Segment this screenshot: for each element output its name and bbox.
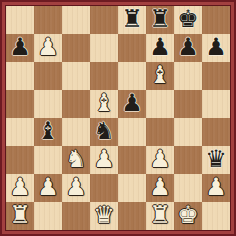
square-d8[interactable] xyxy=(90,6,118,34)
square-a2[interactable]: ♟ xyxy=(6,174,34,202)
square-f1[interactable]: ♜ xyxy=(146,202,174,230)
square-g7[interactable]: ♟ xyxy=(174,34,202,62)
square-b6[interactable] xyxy=(34,62,62,90)
piece-white-pawn: ♟ xyxy=(149,145,171,173)
square-h3[interactable]: ♛ xyxy=(202,146,230,174)
piece-white-pawn: ♟ xyxy=(93,145,115,173)
square-f4[interactable] xyxy=(146,118,174,146)
square-g8[interactable]: ♚ xyxy=(174,6,202,34)
piece-white-pawn: ♟ xyxy=(37,173,59,201)
square-h4[interactable] xyxy=(202,118,230,146)
piece-black-rook: ♜ xyxy=(121,5,143,33)
square-b7[interactable]: ♟ xyxy=(34,34,62,62)
square-d4[interactable]: ♞ xyxy=(90,118,118,146)
piece-black-pawn: ♟ xyxy=(205,33,227,61)
square-a8[interactable] xyxy=(6,6,34,34)
piece-black-king: ♚ xyxy=(177,5,199,33)
piece-white-king: ♚ xyxy=(177,201,199,229)
square-g4[interactable] xyxy=(174,118,202,146)
square-h8[interactable] xyxy=(202,6,230,34)
square-c2[interactable]: ♟ xyxy=(62,174,90,202)
chess-board-frame: ♜♜♚♟♟♟♟♟♝♝♟♝♞♞♟♟♛♟♟♟♟♟♜♛♜♚ xyxy=(0,0,236,236)
piece-black-pawn: ♟ xyxy=(177,33,199,61)
square-g6[interactable] xyxy=(174,62,202,90)
square-a1[interactable]: ♜ xyxy=(6,202,34,230)
square-c1[interactable] xyxy=(62,202,90,230)
square-d2[interactable] xyxy=(90,174,118,202)
square-d1[interactable]: ♛ xyxy=(90,202,118,230)
square-e6[interactable] xyxy=(118,62,146,90)
square-b8[interactable] xyxy=(34,6,62,34)
piece-white-pawn: ♟ xyxy=(37,33,59,61)
piece-black-rook: ♜ xyxy=(149,5,171,33)
square-c4[interactable] xyxy=(62,118,90,146)
square-e2[interactable] xyxy=(118,174,146,202)
square-c6[interactable] xyxy=(62,62,90,90)
square-f5[interactable] xyxy=(146,90,174,118)
piece-black-pawn: ♟ xyxy=(121,89,143,117)
square-a5[interactable] xyxy=(6,90,34,118)
piece-white-queen: ♛ xyxy=(93,201,115,229)
square-g5[interactable] xyxy=(174,90,202,118)
piece-black-pawn: ♟ xyxy=(149,33,171,61)
square-a3[interactable] xyxy=(6,146,34,174)
square-b2[interactable]: ♟ xyxy=(34,174,62,202)
piece-white-rook: ♜ xyxy=(9,201,31,229)
square-e1[interactable] xyxy=(118,202,146,230)
square-e3[interactable] xyxy=(118,146,146,174)
piece-white-rook: ♜ xyxy=(149,201,171,229)
square-a4[interactable] xyxy=(6,118,34,146)
square-b4[interactable]: ♝ xyxy=(34,118,62,146)
square-e5[interactable]: ♟ xyxy=(118,90,146,118)
square-b3[interactable] xyxy=(34,146,62,174)
square-c5[interactable] xyxy=(62,90,90,118)
square-f2[interactable]: ♟ xyxy=(146,174,174,202)
square-c7[interactable] xyxy=(62,34,90,62)
piece-white-pawn: ♟ xyxy=(65,173,87,201)
piece-white-bishop: ♝ xyxy=(93,89,115,117)
chess-board: ♜♜♚♟♟♟♟♟♝♝♟♝♞♞♟♟♛♟♟♟♟♟♜♛♜♚ xyxy=(6,6,230,230)
piece-white-bishop: ♝ xyxy=(149,61,171,89)
piece-black-bishop: ♝ xyxy=(37,117,59,145)
piece-black-pawn: ♟ xyxy=(9,33,31,61)
square-h1[interactable] xyxy=(202,202,230,230)
square-e8[interactable]: ♜ xyxy=(118,6,146,34)
square-h5[interactable] xyxy=(202,90,230,118)
square-e7[interactable] xyxy=(118,34,146,62)
square-g3[interactable] xyxy=(174,146,202,174)
square-f3[interactable]: ♟ xyxy=(146,146,174,174)
square-g1[interactable]: ♚ xyxy=(174,202,202,230)
square-d6[interactable] xyxy=(90,62,118,90)
square-e4[interactable] xyxy=(118,118,146,146)
square-a6[interactable] xyxy=(6,62,34,90)
square-f6[interactable]: ♝ xyxy=(146,62,174,90)
square-c8[interactable] xyxy=(62,6,90,34)
square-d5[interactable]: ♝ xyxy=(90,90,118,118)
piece-black-knight: ♞ xyxy=(93,117,115,145)
piece-black-queen: ♛ xyxy=(205,145,227,173)
square-g2[interactable] xyxy=(174,174,202,202)
piece-white-pawn: ♟ xyxy=(205,173,227,201)
square-f8[interactable]: ♜ xyxy=(146,6,174,34)
square-d7[interactable] xyxy=(90,34,118,62)
piece-white-knight: ♞ xyxy=(65,145,87,173)
square-f7[interactable]: ♟ xyxy=(146,34,174,62)
square-d3[interactable]: ♟ xyxy=(90,146,118,174)
square-h6[interactable] xyxy=(202,62,230,90)
square-c3[interactable]: ♞ xyxy=(62,146,90,174)
piece-white-pawn: ♟ xyxy=(9,173,31,201)
square-h2[interactable]: ♟ xyxy=(202,174,230,202)
square-b1[interactable] xyxy=(34,202,62,230)
piece-white-pawn: ♟ xyxy=(149,173,171,201)
square-a7[interactable]: ♟ xyxy=(6,34,34,62)
square-h7[interactable]: ♟ xyxy=(202,34,230,62)
square-b5[interactable] xyxy=(34,90,62,118)
